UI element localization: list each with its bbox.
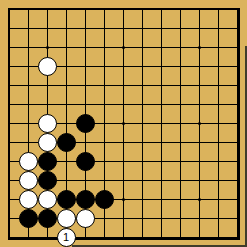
white-stone: [57, 209, 76, 228]
star-point: [198, 122, 201, 125]
black-stone: [95, 190, 114, 209]
star-point: [122, 122, 125, 125]
white-stone: [38, 190, 57, 209]
white-stone: [19, 171, 38, 190]
star-point: [198, 198, 201, 201]
star-point: [122, 198, 125, 201]
white-stone: [38, 57, 57, 76]
white-stone: [38, 133, 57, 152]
black-stone: [38, 209, 57, 228]
black-stone: [57, 190, 76, 209]
black-stone: [76, 190, 95, 209]
white-stone: [76, 209, 95, 228]
black-stone: [76, 114, 95, 133]
star-point: [198, 46, 201, 49]
go-board[interactable]: 1: [0, 0, 247, 247]
board-shadow-right-edge: [245, 46, 247, 247]
black-stone: [19, 209, 38, 228]
black-stone: [76, 152, 95, 171]
black-stone: [38, 152, 57, 171]
black-stone: [57, 133, 76, 152]
white-stone: [19, 190, 38, 209]
move-1-label: 1: [63, 232, 69, 243]
star-point: [122, 46, 125, 49]
black-stone: [38, 171, 57, 190]
star-point: [46, 46, 49, 49]
white-stone: [38, 114, 57, 133]
white-stone: [19, 152, 38, 171]
move-1-stone: 1: [57, 228, 76, 247]
